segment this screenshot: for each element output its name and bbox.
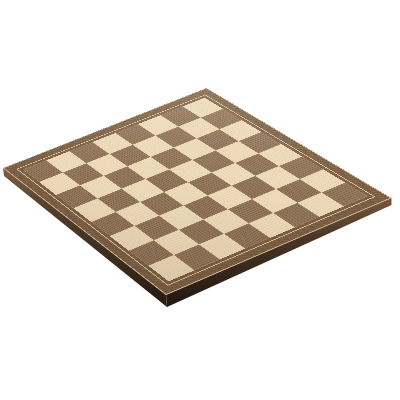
product-photo-stage xyxy=(0,0,400,400)
